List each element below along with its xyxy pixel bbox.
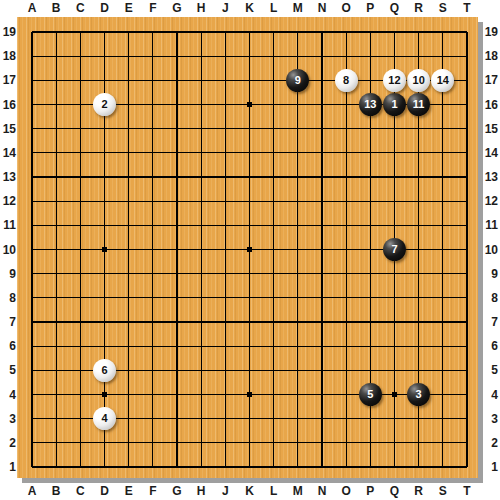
row-label-left-9: 9 [0,266,16,282]
column-label-bottom-D: D [93,483,117,499]
row-label-right-14: 14 [484,145,498,161]
row-label-left-17: 17 [0,72,16,88]
column-label-top-L: L [262,0,286,16]
row-label-right-12: 12 [484,193,498,209]
column-label-bottom-H: H [189,483,213,499]
column-label-bottom-B: B [44,483,68,499]
row-label-right-6: 6 [484,338,498,354]
black-stone-move-11: 11 [407,93,430,116]
column-label-top-E: E [117,0,141,16]
column-label-bottom-L: L [262,483,286,499]
column-label-bottom-T: T [455,483,479,499]
black-stone-move-3: 3 [407,383,430,406]
row-label-right-7: 7 [484,314,498,330]
row-label-left-14: 14 [0,145,16,161]
white-stone-move-14: 14 [431,69,454,92]
row-label-left-12: 12 [0,193,16,209]
row-label-right-16: 16 [484,97,498,113]
black-stone-move-1: 1 [383,93,406,116]
column-label-bottom-J: J [213,483,237,499]
column-label-bottom-P: P [358,483,382,499]
row-label-right-3: 3 [484,411,498,427]
white-stone-move-10: 10 [407,69,430,92]
black-stone-move-9: 9 [286,69,309,92]
row-label-left-11: 11 [0,217,16,233]
column-label-top-O: O [334,0,358,16]
black-stone-move-5: 5 [359,383,382,406]
white-stone-move-2: 2 [93,93,116,116]
row-label-left-15: 15 [0,121,16,137]
row-label-right-11: 11 [484,217,498,233]
row-label-right-10: 10 [484,242,498,258]
column-label-bottom-C: C [68,483,92,499]
column-label-top-K: K [238,0,262,16]
row-label-right-2: 2 [484,435,498,451]
row-label-left-13: 13 [0,169,16,185]
black-stone-move-13: 13 [359,93,382,116]
row-label-left-4: 4 [0,387,16,403]
white-stone-move-8: 8 [335,69,358,92]
row-label-right-18: 18 [484,48,498,64]
column-label-top-J: J [213,0,237,16]
row-label-right-17: 17 [484,72,498,88]
go-diagram: 1234567891011121314 AABBCCDDEEFFGGHHJJKK… [0,0,500,500]
column-label-bottom-R: R [407,483,431,499]
row-label-left-2: 2 [0,435,16,451]
column-label-top-R: R [407,0,431,16]
column-label-bottom-Q: Q [383,483,407,499]
column-label-bottom-N: N [310,483,334,499]
column-label-top-B: B [44,0,68,16]
row-label-left-6: 6 [0,338,16,354]
column-label-top-N: N [310,0,334,16]
row-label-left-7: 7 [0,314,16,330]
row-label-right-9: 9 [484,266,498,282]
column-label-top-F: F [141,0,165,16]
column-label-bottom-G: G [165,483,189,499]
column-label-top-P: P [358,0,382,16]
column-label-bottom-F: F [141,483,165,499]
row-label-left-3: 3 [0,411,16,427]
row-label-right-15: 15 [484,121,498,137]
column-label-bottom-M: M [286,483,310,499]
column-label-bottom-E: E [117,483,141,499]
row-label-left-10: 10 [0,242,16,258]
row-label-left-19: 19 [0,24,16,40]
column-label-top-D: D [93,0,117,16]
row-label-right-4: 4 [484,387,498,403]
row-label-right-19: 19 [484,24,498,40]
row-label-right-13: 13 [484,169,498,185]
column-label-top-M: M [286,0,310,16]
column-label-bottom-S: S [431,483,455,499]
column-label-bottom-K: K [238,483,262,499]
row-label-left-16: 16 [0,97,16,113]
white-stone-move-12: 12 [383,69,406,92]
row-label-left-18: 18 [0,48,16,64]
row-label-left-1: 1 [0,459,16,475]
column-label-top-C: C [68,0,92,16]
stones-layer: 1234567891011121314 [20,20,479,479]
white-stone-move-6: 6 [93,359,116,382]
column-label-top-T: T [455,0,479,16]
row-label-right-8: 8 [484,290,498,306]
row-label-left-5: 5 [0,362,16,378]
column-label-top-G: G [165,0,189,16]
column-label-top-A: A [20,0,44,16]
white-stone-move-4: 4 [93,407,116,430]
row-label-right-1: 1 [484,459,498,475]
go-board[interactable]: 1234567891011121314 [17,17,478,478]
column-label-bottom-O: O [334,483,358,499]
column-label-bottom-A: A [20,483,44,499]
column-label-top-H: H [189,0,213,16]
black-stone-move-7: 7 [383,238,406,261]
row-label-right-5: 5 [484,362,498,378]
column-label-top-Q: Q [383,0,407,16]
row-label-left-8: 8 [0,290,16,306]
column-label-top-S: S [431,0,455,16]
